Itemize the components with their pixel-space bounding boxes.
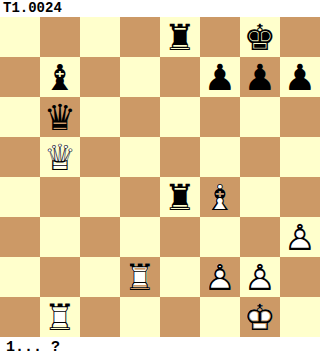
chess-puzzle-page: T1.0024 ♜♚♝♟♟♟♛♛♕♜♝♗♟♙♜♖♟♙♟♙♜♖♚♔ 1... ? (0, 0, 320, 360)
square-b5[interactable]: ♛♕ (40, 137, 80, 177)
square-c5[interactable] (80, 137, 120, 177)
square-e6[interactable] (160, 97, 200, 137)
square-d2[interactable]: ♜♖ (120, 257, 160, 297)
square-c8[interactable] (80, 17, 120, 57)
square-a6[interactable] (0, 97, 40, 137)
square-b7[interactable]: ♝ (40, 57, 80, 97)
square-e7[interactable] (160, 57, 200, 97)
white-piece-outline: ♖ (40, 297, 80, 337)
white-rook-icon: ♜♖ (40, 297, 80, 337)
square-a8[interactable] (0, 17, 40, 57)
square-g5[interactable] (240, 137, 280, 177)
white-piece-outline: ♙ (200, 257, 240, 297)
square-h6[interactable] (280, 97, 320, 137)
square-h3[interactable]: ♟♙ (280, 217, 320, 257)
white-pawn-icon: ♟♙ (240, 257, 280, 297)
white-rook-icon: ♜♖ (120, 257, 160, 297)
square-g3[interactable] (240, 217, 280, 257)
square-f7[interactable]: ♟ (200, 57, 240, 97)
square-d7[interactable] (120, 57, 160, 97)
square-f5[interactable] (200, 137, 240, 177)
square-f6[interactable] (200, 97, 240, 137)
square-c1[interactable] (80, 297, 120, 337)
square-a3[interactable] (0, 217, 40, 257)
white-piece-outline: ♙ (280, 217, 320, 257)
square-a4[interactable] (0, 177, 40, 217)
square-b1[interactable]: ♜♖ (40, 297, 80, 337)
square-e1[interactable] (160, 297, 200, 337)
square-h2[interactable] (280, 257, 320, 297)
square-a7[interactable] (0, 57, 40, 97)
square-e2[interactable] (160, 257, 200, 297)
square-g6[interactable] (240, 97, 280, 137)
square-d4[interactable] (120, 177, 160, 217)
square-d8[interactable] (120, 17, 160, 57)
square-g4[interactable] (240, 177, 280, 217)
white-piece-outline: ♖ (120, 257, 160, 297)
square-g8[interactable]: ♚ (240, 17, 280, 57)
black-bishop-icon: ♝ (40, 57, 80, 97)
square-f2[interactable]: ♟♙ (200, 257, 240, 297)
white-pawn-icon: ♟♙ (200, 257, 240, 297)
square-g7[interactable]: ♟ (240, 57, 280, 97)
black-rook-icon: ♜ (160, 177, 200, 217)
square-h4[interactable] (280, 177, 320, 217)
square-d3[interactable] (120, 217, 160, 257)
square-e8[interactable]: ♜ (160, 17, 200, 57)
square-b6[interactable]: ♛ (40, 97, 80, 137)
black-pawn-icon: ♟ (240, 57, 280, 97)
puzzle-title: T1.0024 (3, 0, 62, 17)
white-queen-icon: ♛♕ (40, 137, 80, 177)
square-e5[interactable] (160, 137, 200, 177)
square-a2[interactable] (0, 257, 40, 297)
square-a5[interactable] (0, 137, 40, 177)
square-c2[interactable] (80, 257, 120, 297)
black-rook-icon: ♜ (160, 17, 200, 57)
white-piece-outline: ♗ (200, 177, 240, 217)
square-c6[interactable] (80, 97, 120, 137)
black-pawn-icon: ♟ (200, 57, 240, 97)
square-d6[interactable] (120, 97, 160, 137)
square-b2[interactable] (40, 257, 80, 297)
black-pawn-icon: ♟ (280, 57, 320, 97)
square-h8[interactable] (280, 17, 320, 57)
black-queen-icon: ♛ (40, 97, 80, 137)
square-f8[interactable] (200, 17, 240, 57)
square-h7[interactable]: ♟ (280, 57, 320, 97)
square-g2[interactable]: ♟♙ (240, 257, 280, 297)
square-f1[interactable] (200, 297, 240, 337)
black-king-icon: ♚ (240, 17, 280, 57)
square-d1[interactable] (120, 297, 160, 337)
square-b3[interactable] (40, 217, 80, 257)
white-piece-outline: ♙ (240, 257, 280, 297)
square-a1[interactable] (0, 297, 40, 337)
white-pawn-icon: ♟♙ (280, 217, 320, 257)
white-king-icon: ♚♔ (240, 297, 280, 337)
square-e3[interactable] (160, 217, 200, 257)
chess-board: ♜♚♝♟♟♟♛♛♕♜♝♗♟♙♜♖♟♙♟♙♜♖♚♔ (0, 17, 320, 337)
square-h1[interactable] (280, 297, 320, 337)
square-b4[interactable] (40, 177, 80, 217)
square-f3[interactable] (200, 217, 240, 257)
square-c7[interactable] (80, 57, 120, 97)
square-e4[interactable]: ♜ (160, 177, 200, 217)
square-c3[interactable] (80, 217, 120, 257)
square-h5[interactable] (280, 137, 320, 177)
white-piece-outline: ♕ (40, 137, 80, 177)
move-prompt: 1... ? (6, 339, 60, 357)
white-piece-outline: ♔ (240, 297, 280, 337)
square-d5[interactable] (120, 137, 160, 177)
square-c4[interactable] (80, 177, 120, 217)
white-bishop-icon: ♝♗ (200, 177, 240, 217)
square-f4[interactable]: ♝♗ (200, 177, 240, 217)
square-b8[interactable] (40, 17, 80, 57)
square-g1[interactable]: ♚♔ (240, 297, 280, 337)
